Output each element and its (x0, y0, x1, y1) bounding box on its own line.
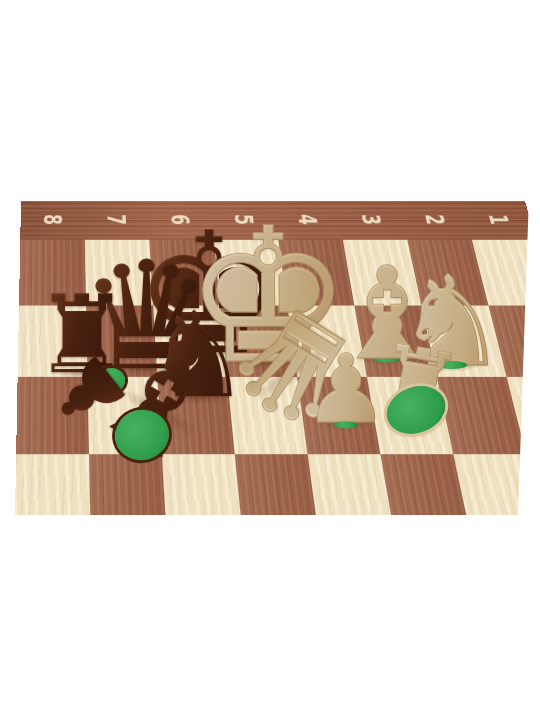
rank-label-text: 7 (102, 214, 131, 225)
chessboard-photo: 87654321 ♚♝♚♞♛♜♟♞♝♛♟♜ (0, 195, 540, 515)
board-square (149, 240, 220, 306)
product-photo-page: 87654321 ♚♝♚♞♛♜♟♞♝♛♟♜ (0, 0, 540, 720)
rank-label-text: 1 (483, 214, 514, 225)
board-square (220, 306, 297, 377)
board-square (89, 454, 167, 515)
rank-label-text: 2 (419, 214, 450, 225)
rank-label-3: 3 (336, 201, 407, 238)
rank-label-1: 1 (462, 201, 536, 238)
rank-label-text: 3 (356, 214, 386, 225)
board-square (85, 240, 153, 306)
chess-board: 87654321 (11, 201, 540, 515)
board-square (157, 377, 234, 454)
board-square (287, 306, 367, 377)
board-square (86, 306, 157, 377)
rank-label-5: 5 (210, 201, 278, 238)
rank-label-7: 7 (84, 201, 149, 238)
board-square (278, 240, 354, 306)
rank-label-4: 4 (273, 201, 343, 238)
rank-label-6: 6 (147, 201, 214, 238)
board-square (162, 454, 243, 515)
rank-label-2: 2 (399, 201, 471, 238)
board-square (15, 454, 91, 515)
board-square (16, 377, 89, 454)
board-squares (11, 240, 540, 515)
board-square (87, 377, 161, 454)
board-clip: 87654321 (0, 195, 540, 515)
rank-label-text: 8 (38, 214, 66, 225)
board-square (214, 240, 287, 306)
board-square (235, 454, 319, 515)
board-square (453, 454, 540, 515)
board-square (227, 377, 307, 454)
rank-label-8: 8 (20, 201, 84, 238)
rank-label-strip: 87654321 (20, 201, 536, 240)
board-square (526, 454, 540, 515)
rank-label-text: 6 (165, 214, 194, 225)
board-square (19, 240, 86, 306)
board-square (153, 306, 227, 377)
rank-label-text: 5 (229, 214, 259, 225)
rank-label-text: 4 (292, 214, 322, 225)
board-square (18, 306, 88, 377)
